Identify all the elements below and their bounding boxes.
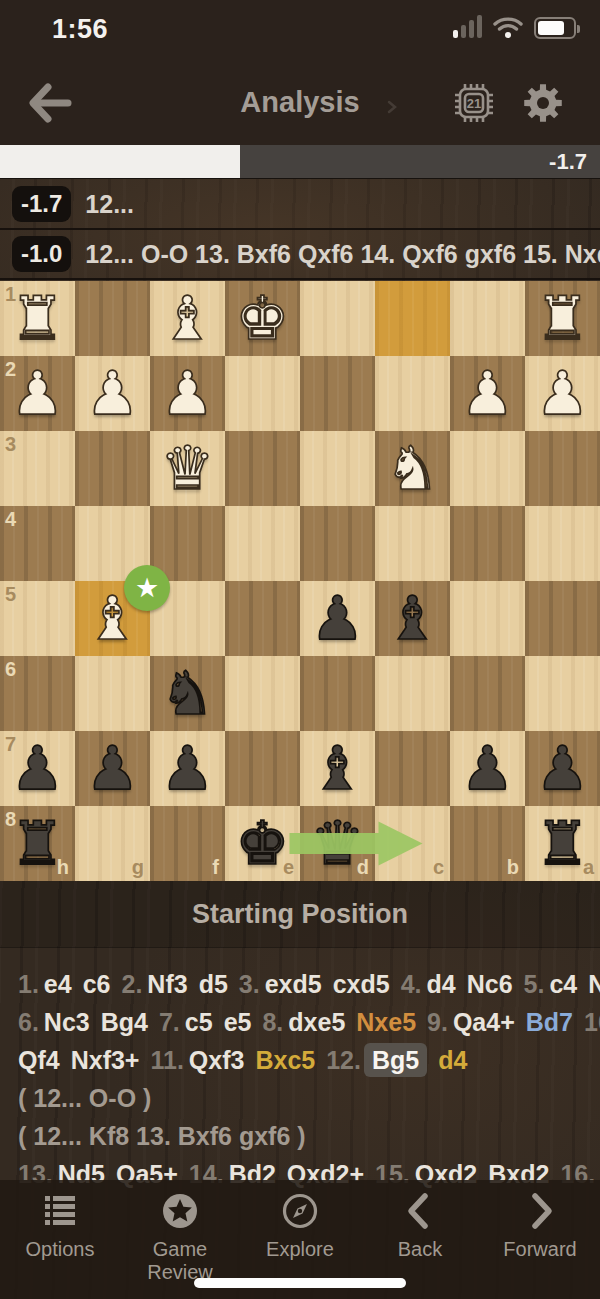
- move-token[interactable]: c4: [549, 970, 577, 998]
- square-h1[interactable]: 1♜: [0, 281, 75, 356]
- move-token[interactable]: Nxe5: [356, 1008, 416, 1036]
- square-e1[interactable]: ♚: [225, 281, 300, 356]
- move-token[interactable]: d4: [427, 970, 456, 998]
- square-e3[interactable]: [225, 431, 300, 506]
- black-pawn-f7: ♟: [150, 731, 225, 806]
- status-bar: 1:56: [0, 0, 600, 60]
- chevron-left-icon: [399, 1190, 441, 1232]
- move-number: 4.: [401, 970, 422, 998]
- square-a5[interactable]: [525, 581, 600, 656]
- black-rook-a8: ♜: [525, 806, 600, 881]
- square-h7[interactable]: 7♟: [0, 731, 75, 806]
- white-pawn-a2: ♟: [525, 356, 600, 431]
- square-c3[interactable]: ♞: [375, 431, 450, 506]
- square-d1[interactable]: [300, 281, 375, 356]
- move-token[interactable]: dxe5: [288, 1008, 345, 1036]
- black-rook-h8: ♜: [0, 806, 75, 881]
- move-token[interactable]: Nf6: [588, 970, 600, 998]
- square-b2[interactable]: ♟: [450, 356, 525, 431]
- clock-time: 1:56: [52, 14, 108, 45]
- square-f2[interactable]: ♟: [150, 356, 225, 431]
- white-rook-a1: ♜: [525, 281, 600, 356]
- variation-text[interactable]: ( 12... O-O ): [18, 1084, 151, 1112]
- move-line-5: ( 12... Kf8 13. Bxf6 gxf6 ): [0, 1117, 600, 1155]
- chess-board: 1♜♝♚♜2♟♟♟♟♟3♛♞45♝♟♝6♞7♟♟♟♝♟♟8h♜gfe♚d♛cba…: [0, 281, 600, 881]
- explore-button[interactable]: Explore: [240, 1190, 360, 1261]
- move-number: 6.: [18, 1008, 39, 1036]
- square-d5[interactable]: ♟: [300, 581, 375, 656]
- engine-depth-chip-icon[interactable]: 21: [452, 82, 496, 124]
- square-d6[interactable]: [300, 656, 375, 731]
- chevron-right-icon: [519, 1190, 561, 1232]
- move-number: 10.: [584, 1008, 600, 1036]
- engine-line-moves: 12...: [85, 190, 600, 219]
- square-f6[interactable]: ♞: [150, 656, 225, 731]
- square-e5[interactable]: [225, 581, 300, 656]
- battery-icon: [534, 17, 576, 39]
- star-circle-icon: [159, 1190, 201, 1232]
- square-h3[interactable]: 3: [0, 431, 75, 506]
- square-c2[interactable]: [375, 356, 450, 431]
- square-e7[interactable]: [225, 731, 300, 806]
- square-e6[interactable]: [225, 656, 300, 731]
- square-c7[interactable]: [375, 731, 450, 806]
- move-list: 1.e4c62.Nf3d53.exd5cxd54.d4Nc65.c4Nf66.N…: [0, 948, 600, 1200]
- analysis-screen: 1:56 Analysis: [0, 0, 600, 1299]
- square-b3[interactable]: [450, 431, 525, 506]
- move-token[interactable]: Nxf3+: [71, 1046, 140, 1074]
- square-a7[interactable]: ♟: [525, 731, 600, 806]
- square-d7[interactable]: ♝: [300, 731, 375, 806]
- square-e4[interactable]: [225, 506, 300, 581]
- white-king-e1: ♚: [225, 281, 300, 356]
- square-h6[interactable]: 6: [0, 656, 75, 731]
- white-bishop-g5: ♝: [75, 581, 150, 656]
- black-pawn-a7: ♟: [525, 731, 600, 806]
- back-move-button[interactable]: Back: [360, 1190, 480, 1261]
- square-a2[interactable]: ♟: [525, 356, 600, 431]
- evaluation-bar: -1.7: [0, 145, 600, 179]
- square-a6[interactable]: [525, 656, 600, 731]
- back-arrow-icon[interactable]: [28, 82, 72, 124]
- nav-bar: Analysis 21: [0, 60, 600, 145]
- white-pawn-b2: ♟: [450, 356, 525, 431]
- move-line-2: 6.Nc3Bg47.c5e58.dxe5Nxe59.Qa4+Bd710.: [0, 1003, 600, 1041]
- square-g1[interactable]: [75, 281, 150, 356]
- square-h5[interactable]: 5: [0, 581, 75, 656]
- square-d2[interactable]: [300, 356, 375, 431]
- rank-label-4: 4: [5, 508, 16, 531]
- square-b7[interactable]: ♟: [450, 731, 525, 806]
- black-pawn-d5: ♟: [300, 581, 375, 656]
- move-token[interactable]: Bg5: [364, 1043, 427, 1077]
- square-f5[interactable]: [150, 581, 225, 656]
- home-indicator[interactable]: [194, 1278, 406, 1288]
- square-a4[interactable]: [525, 506, 600, 581]
- white-bishop-f1: ♝: [150, 281, 225, 356]
- white-knight-c3: ♞: [375, 431, 450, 506]
- square-g3[interactable]: [75, 431, 150, 506]
- square-h2[interactable]: 2♟: [0, 356, 75, 431]
- black-knight-f6: ♞: [150, 656, 225, 731]
- square-f4[interactable]: [150, 506, 225, 581]
- square-f8[interactable]: f: [150, 806, 225, 881]
- square-b8[interactable]: b: [450, 806, 525, 881]
- engine-line-moves: 12... O-O 13. Bxf6 Qxf6 14. Qxf6 gxf6 15…: [85, 240, 600, 269]
- move-number: 5.: [524, 970, 545, 998]
- square-c8[interactable]: c: [375, 806, 450, 881]
- move-number: 1.: [18, 970, 39, 998]
- eval-badge: -1.0: [12, 236, 71, 272]
- move-line-3: Qf4Nxf3+11.Qxf3Bxc512.Bg5d4: [0, 1041, 600, 1079]
- square-g8[interactable]: g: [75, 806, 150, 881]
- square-c5[interactable]: ♝: [375, 581, 450, 656]
- move-number: 11.: [150, 1046, 183, 1074]
- eval-badge: -1.7: [12, 186, 71, 222]
- move-token[interactable]: Nf3: [147, 970, 187, 998]
- square-c1[interactable]: [375, 281, 450, 356]
- cellular-signal-icon: [453, 16, 482, 40]
- square-b6[interactable]: [450, 656, 525, 731]
- settings-gear-icon[interactable]: [522, 82, 564, 124]
- square-a8[interactable]: a♜: [525, 806, 600, 881]
- rank-label-5: 5: [5, 583, 16, 606]
- move-line-1: 1.e4c62.Nf3d53.exd5cxd54.d4Nc65.c4Nf6: [0, 965, 600, 1003]
- square-b5[interactable]: [450, 581, 525, 656]
- eval-score: -1.7: [549, 145, 587, 179]
- square-b4[interactable]: [450, 506, 525, 581]
- position-header[interactable]: Starting Position: [0, 881, 600, 948]
- move-token[interactable]: Bd7: [526, 1008, 573, 1036]
- square-d8[interactable]: d♛: [300, 806, 375, 881]
- square-g2[interactable]: ♟: [75, 356, 150, 431]
- square-c4[interactable]: [375, 506, 450, 581]
- move-token[interactable]: c5: [185, 1008, 213, 1036]
- black-pawn-b7: ♟: [450, 731, 525, 806]
- game-review-button[interactable]: Game Review: [120, 1190, 240, 1284]
- square-d3[interactable]: [300, 431, 375, 506]
- square-h8[interactable]: 8h♜: [0, 806, 75, 881]
- move-token[interactable]: d5: [199, 970, 228, 998]
- engine-line-1[interactable]: -1.7 12...: [0, 180, 600, 230]
- engine-lines: -1.7 12... -1.0 12... O-O 13. Bxf6 Qxf6 …: [0, 180, 600, 281]
- square-e2[interactable]: [225, 356, 300, 431]
- page-title: Analysis: [0, 60, 600, 145]
- black-pawn-g7: ♟: [75, 731, 150, 806]
- move-token[interactable]: Bg4: [101, 1008, 148, 1036]
- white-pawn-h2: ♟: [0, 356, 75, 431]
- black-pawn-h7: ♟: [0, 731, 75, 806]
- move-token[interactable]: Qxf3: [189, 1046, 245, 1074]
- wifi-icon: [493, 16, 523, 40]
- move-token[interactable]: Nc6: [467, 970, 513, 998]
- square-g6[interactable]: [75, 656, 150, 731]
- move-token[interactable]: cxd5: [333, 970, 390, 998]
- variation-text[interactable]: ( 12... Kf8 13. Bxf6 gxf6 ): [18, 1122, 306, 1150]
- move-token[interactable]: Qf4: [18, 1046, 60, 1074]
- options-button[interactable]: Options: [0, 1190, 120, 1261]
- move-number: 12.: [326, 1046, 361, 1074]
- square-g4[interactable]: [75, 506, 150, 581]
- black-queen-d8: ♛: [300, 806, 375, 881]
- square-a3[interactable]: [525, 431, 600, 506]
- file-label-g: g: [132, 856, 144, 879]
- move-token[interactable]: d4: [438, 1046, 467, 1074]
- black-bishop-c5: ♝: [375, 581, 450, 656]
- square-f1[interactable]: ♝: [150, 281, 225, 356]
- white-rook-h1: ♜: [0, 281, 75, 356]
- file-label-c: c: [433, 856, 444, 879]
- square-b1[interactable]: [450, 281, 525, 356]
- rank-label-6: 6: [5, 658, 16, 681]
- rank-label-3: 3: [5, 433, 16, 456]
- list-icon: [39, 1190, 81, 1232]
- engine-depth-value: 21: [467, 96, 481, 111]
- white-pawn-g2: ♟: [75, 356, 150, 431]
- move-token[interactable]: Qa4+: [453, 1008, 515, 1036]
- square-e8[interactable]: e♚: [225, 806, 300, 881]
- move-token[interactable]: e5: [224, 1008, 252, 1036]
- move-number: 2.: [121, 970, 142, 998]
- move-token[interactable]: e4: [44, 970, 72, 998]
- square-d4[interactable]: [300, 506, 375, 581]
- move-token[interactable]: Nc3: [44, 1008, 90, 1036]
- engine-line-2[interactable]: -1.0 12... O-O 13. Bxf6 Qxf6 14. Qxf6 gx…: [0, 230, 600, 280]
- square-a1[interactable]: ♜: [525, 281, 600, 356]
- square-g5[interactable]: ♝: [75, 581, 150, 656]
- square-f3[interactable]: ♛: [150, 431, 225, 506]
- square-g7[interactable]: ♟: [75, 731, 150, 806]
- move-number: 3.: [239, 970, 260, 998]
- forward-move-button[interactable]: Forward: [480, 1190, 600, 1261]
- move-number: 7.: [159, 1008, 180, 1036]
- move-token[interactable]: exd5: [265, 970, 322, 998]
- square-h4[interactable]: 4: [0, 506, 75, 581]
- square-f7[interactable]: ♟: [150, 731, 225, 806]
- white-queen-f3: ♛: [150, 431, 225, 506]
- square-c6[interactable]: [375, 656, 450, 731]
- white-pawn-f2: ♟: [150, 356, 225, 431]
- file-label-f: f: [212, 856, 219, 879]
- move-number: 8.: [262, 1008, 283, 1036]
- compass-icon: [279, 1190, 321, 1232]
- move-token[interactable]: c6: [83, 970, 111, 998]
- black-king-e8: ♚: [225, 806, 300, 881]
- title-disclosure-icon: [385, 100, 399, 114]
- eval-white-portion: [0, 145, 240, 178]
- move-line-4: ( 12... O-O ): [0, 1079, 600, 1117]
- move-token[interactable]: Bxc5: [255, 1046, 315, 1074]
- black-bishop-d7: ♝: [300, 731, 375, 806]
- file-label-b: b: [507, 856, 519, 879]
- move-number: 9.: [427, 1008, 448, 1036]
